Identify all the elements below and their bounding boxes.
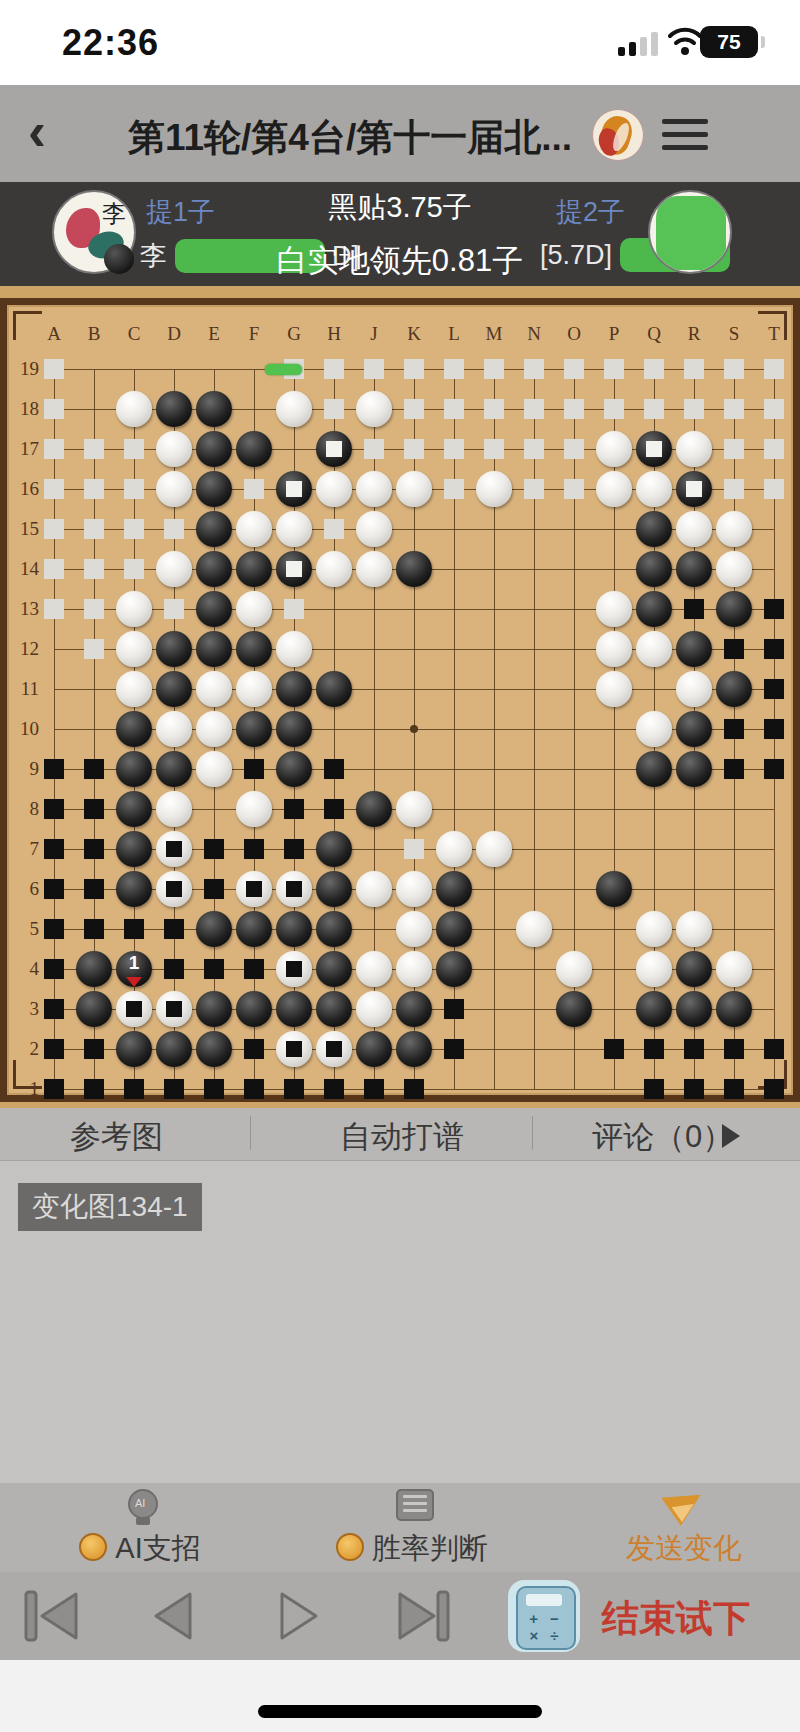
- board-cell-B7[interactable]: [74, 829, 114, 869]
- board-cell-N13[interactable]: [514, 589, 554, 629]
- board-cell-G11[interactable]: [274, 669, 314, 709]
- board-cell-S17[interactable]: [714, 429, 754, 469]
- board-cell-Q7[interactable]: [634, 829, 674, 869]
- board-cell-S8[interactable]: [714, 789, 754, 829]
- board-cell-A15[interactable]: [34, 509, 74, 549]
- board-cell-R17[interactable]: [674, 429, 714, 469]
- board-cell-A12[interactable]: [34, 629, 74, 669]
- board-cell-J9[interactable]: [354, 749, 394, 789]
- board-cell-J14[interactable]: [354, 549, 394, 589]
- board-cell-E8[interactable]: [194, 789, 234, 829]
- board-cell-L13[interactable]: [434, 589, 474, 629]
- board-cell-G9[interactable]: [274, 749, 314, 789]
- board-cell-L12[interactable]: [434, 629, 474, 669]
- board-cell-G6[interactable]: [274, 869, 314, 909]
- board-cell-G1[interactable]: [274, 1069, 314, 1109]
- board-cell-O8[interactable]: [554, 789, 594, 829]
- comments-expand-icon[interactable]: [722, 1124, 740, 1148]
- board-cell-K10[interactable]: [394, 709, 434, 749]
- board-cell-C2[interactable]: [114, 1029, 154, 1069]
- board-cell-N17[interactable]: [514, 429, 554, 469]
- board-cell-B10[interactable]: [74, 709, 114, 749]
- board-cell-Q17[interactable]: [634, 429, 674, 469]
- board-cell-L6[interactable]: [434, 869, 474, 909]
- board-cell-B17[interactable]: [74, 429, 114, 469]
- board-cell-Q6[interactable]: [634, 869, 674, 909]
- board-cell-E11[interactable]: [194, 669, 234, 709]
- board-cell-H14[interactable]: [314, 549, 354, 589]
- board-cell-T14[interactable]: [754, 549, 794, 589]
- board-cell-G12[interactable]: [274, 629, 314, 669]
- board-cell-B9[interactable]: [74, 749, 114, 789]
- board-cell-G13[interactable]: [274, 589, 314, 629]
- board-cell-Q11[interactable]: [634, 669, 674, 709]
- board-cell-S1[interactable]: [714, 1069, 754, 1109]
- board-cell-A8[interactable]: [34, 789, 74, 829]
- board-cell-P5[interactable]: [594, 909, 634, 949]
- board-cell-O5[interactable]: [554, 909, 594, 949]
- board-cell-T16[interactable]: [754, 469, 794, 509]
- board-cell-E15[interactable]: [194, 509, 234, 549]
- board-cell-A4[interactable]: [34, 949, 74, 989]
- board-cell-E16[interactable]: [194, 469, 234, 509]
- last-move-button[interactable]: [388, 1586, 458, 1646]
- board-cell-D19[interactable]: [154, 349, 194, 389]
- board-cell-F12[interactable]: [234, 629, 274, 669]
- board-cell-N12[interactable]: [514, 629, 554, 669]
- board-cell-P10[interactable]: [594, 709, 634, 749]
- board-cell-R10[interactable]: [674, 709, 714, 749]
- board-cell-B2[interactable]: [74, 1029, 114, 1069]
- board-cell-B1[interactable]: [74, 1069, 114, 1109]
- board-cell-F15[interactable]: [234, 509, 274, 549]
- board-cell-P8[interactable]: [594, 789, 634, 829]
- board-cell-G7[interactable]: [274, 829, 314, 869]
- board-cell-R14[interactable]: [674, 549, 714, 589]
- board-cell-B12[interactable]: [74, 629, 114, 669]
- board-cell-M19[interactable]: [474, 349, 514, 389]
- board-cell-R11[interactable]: [674, 669, 714, 709]
- board-cell-T12[interactable]: [754, 629, 794, 669]
- board-cell-K7[interactable]: [394, 829, 434, 869]
- next-move-button[interactable]: [264, 1586, 334, 1646]
- board-cell-G2[interactable]: [274, 1029, 314, 1069]
- board-cell-E10[interactable]: [194, 709, 234, 749]
- board-cell-O12[interactable]: [554, 629, 594, 669]
- board-cell-T15[interactable]: [754, 509, 794, 549]
- board-cell-Q19[interactable]: [634, 349, 674, 389]
- board-cell-N9[interactable]: [514, 749, 554, 789]
- board-cell-F18[interactable]: [234, 389, 274, 429]
- board-cell-A13[interactable]: [34, 589, 74, 629]
- board-cell-T3[interactable]: [754, 989, 794, 1029]
- board-cell-G16[interactable]: [274, 469, 314, 509]
- variation-label-chip[interactable]: 变化图134-1: [18, 1183, 202, 1231]
- board-cell-T2[interactable]: [754, 1029, 794, 1069]
- board-cell-G8[interactable]: [274, 789, 314, 829]
- board-cell-K5[interactable]: [394, 909, 434, 949]
- board-cell-J19[interactable]: [354, 349, 394, 389]
- board-cell-M12[interactable]: [474, 629, 514, 669]
- board-cell-M9[interactable]: [474, 749, 514, 789]
- menu-button[interactable]: [662, 119, 708, 153]
- board-cell-M17[interactable]: [474, 429, 514, 469]
- board-cell-C5[interactable]: [114, 909, 154, 949]
- winrate-button[interactable]: 胜率判断: [292, 1483, 532, 1569]
- board-cell-O6[interactable]: [554, 869, 594, 909]
- board-cell-H18[interactable]: [314, 389, 354, 429]
- board-cell-K12[interactable]: [394, 629, 434, 669]
- board-cell-S16[interactable]: [714, 469, 754, 509]
- board-cell-B19[interactable]: [74, 349, 114, 389]
- board-cell-R15[interactable]: [674, 509, 714, 549]
- board-cell-N15[interactable]: [514, 509, 554, 549]
- board-cell-T10[interactable]: [754, 709, 794, 749]
- ai-hint-button[interactable]: AI支招: [20, 1483, 260, 1569]
- board-cell-K11[interactable]: [394, 669, 434, 709]
- end-trial-button[interactable]: 结束试下: [602, 1594, 750, 1644]
- board-cell-D14[interactable]: [154, 549, 194, 589]
- board-cell-R1[interactable]: [674, 1069, 714, 1109]
- board-cell-S10[interactable]: [714, 709, 754, 749]
- board-cell-C7[interactable]: [114, 829, 154, 869]
- board-cell-K19[interactable]: [394, 349, 434, 389]
- board-cell-S7[interactable]: [714, 829, 754, 869]
- board-cell-N4[interactable]: [514, 949, 554, 989]
- board-cell-H8[interactable]: [314, 789, 354, 829]
- board-cell-F2[interactable]: [234, 1029, 274, 1069]
- board-cell-R13[interactable]: [674, 589, 714, 629]
- board-cell-G15[interactable]: [274, 509, 314, 549]
- board-cell-B18[interactable]: [74, 389, 114, 429]
- board-cell-N19[interactable]: [514, 349, 554, 389]
- board-cell-R2[interactable]: [674, 1029, 714, 1069]
- board-cell-S18[interactable]: [714, 389, 754, 429]
- board-cell-K2[interactable]: [394, 1029, 434, 1069]
- board-cell-Q1[interactable]: [634, 1069, 674, 1109]
- board-cell-G3[interactable]: [274, 989, 314, 1029]
- board-cell-N18[interactable]: [514, 389, 554, 429]
- board-cell-J4[interactable]: [354, 949, 394, 989]
- board-cell-J1[interactable]: [354, 1069, 394, 1109]
- board-cell-M14[interactable]: [474, 549, 514, 589]
- board-cell-D13[interactable]: [154, 589, 194, 629]
- board-cell-P7[interactable]: [594, 829, 634, 869]
- board-cell-A16[interactable]: [34, 469, 74, 509]
- board-cell-L10[interactable]: [434, 709, 474, 749]
- board-cell-H12[interactable]: [314, 629, 354, 669]
- board-cell-J13[interactable]: [354, 589, 394, 629]
- board-cell-J18[interactable]: [354, 389, 394, 429]
- board-cell-E2[interactable]: [194, 1029, 234, 1069]
- board-cell-K8[interactable]: [394, 789, 434, 829]
- board-cell-R4[interactable]: [674, 949, 714, 989]
- board-cell-D16[interactable]: [154, 469, 194, 509]
- board-cell-G10[interactable]: [274, 709, 314, 749]
- board-cell-J3[interactable]: [354, 989, 394, 1029]
- board-cell-M15[interactable]: [474, 509, 514, 549]
- board-cell-H16[interactable]: [314, 469, 354, 509]
- board-cell-J10[interactable]: [354, 709, 394, 749]
- board-cell-S13[interactable]: [714, 589, 754, 629]
- board-cell-F11[interactable]: [234, 669, 274, 709]
- board-cell-D18[interactable]: [154, 389, 194, 429]
- board-cell-M11[interactable]: [474, 669, 514, 709]
- tab-reference-diagram[interactable]: 参考图: [70, 1116, 163, 1158]
- board-cell-L5[interactable]: [434, 909, 474, 949]
- board-cell-J12[interactable]: [354, 629, 394, 669]
- board-cell-R19[interactable]: [674, 349, 714, 389]
- board-cell-K6[interactable]: [394, 869, 434, 909]
- board-cell-L4[interactable]: [434, 949, 474, 989]
- board-cell-D6[interactable]: [154, 869, 194, 909]
- board-cell-T8[interactable]: [754, 789, 794, 829]
- board-cell-K13[interactable]: [394, 589, 434, 629]
- board-cell-M6[interactable]: [474, 869, 514, 909]
- board-cell-N11[interactable]: [514, 669, 554, 709]
- board-cell-R7[interactable]: [674, 829, 714, 869]
- board-cell-A19[interactable]: [34, 349, 74, 389]
- board-cell-N10[interactable]: [514, 709, 554, 749]
- back-button[interactable]: ‹: [28, 107, 68, 159]
- board-cell-L14[interactable]: [434, 549, 474, 589]
- board-cell-H11[interactable]: [314, 669, 354, 709]
- board-cell-G14[interactable]: [274, 549, 314, 589]
- board-cell-H2[interactable]: [314, 1029, 354, 1069]
- board-cell-S6[interactable]: [714, 869, 754, 909]
- board-cell-E9[interactable]: [194, 749, 234, 789]
- board-cell-C8[interactable]: [114, 789, 154, 829]
- board-cell-P11[interactable]: [594, 669, 634, 709]
- board-cell-M8[interactable]: [474, 789, 514, 829]
- board-cell-F9[interactable]: [234, 749, 274, 789]
- board-cell-O14[interactable]: [554, 549, 594, 589]
- board-cell-D7[interactable]: [154, 829, 194, 869]
- board-cell-D15[interactable]: [154, 509, 194, 549]
- board-cell-B11[interactable]: [74, 669, 114, 709]
- board-cell-G5[interactable]: [274, 909, 314, 949]
- board-cell-Q12[interactable]: [634, 629, 674, 669]
- board-cell-K17[interactable]: [394, 429, 434, 469]
- board-cell-F13[interactable]: [234, 589, 274, 629]
- board-cell-M13[interactable]: [474, 589, 514, 629]
- board-cell-R3[interactable]: [674, 989, 714, 1029]
- board-cell-L15[interactable]: [434, 509, 474, 549]
- board-cell-A11[interactable]: [34, 669, 74, 709]
- board-cell-L19[interactable]: [434, 349, 474, 389]
- board-cell-K18[interactable]: [394, 389, 434, 429]
- board-cell-J2[interactable]: [354, 1029, 394, 1069]
- board-cell-L9[interactable]: [434, 749, 474, 789]
- board-cell-L7[interactable]: [434, 829, 474, 869]
- board-cell-M4[interactable]: [474, 949, 514, 989]
- board-cell-J17[interactable]: [354, 429, 394, 469]
- board-cell-C9[interactable]: [114, 749, 154, 789]
- board-cell-S9[interactable]: [714, 749, 754, 789]
- board-cell-D17[interactable]: [154, 429, 194, 469]
- board-cell-Q13[interactable]: [634, 589, 674, 629]
- board-cell-O17[interactable]: [554, 429, 594, 469]
- board-cell-K3[interactable]: [394, 989, 434, 1029]
- board-cell-B5[interactable]: [74, 909, 114, 949]
- board-cell-N14[interactable]: [514, 549, 554, 589]
- board-cell-H17[interactable]: [314, 429, 354, 469]
- board-cell-C16[interactable]: [114, 469, 154, 509]
- board-cell-H15[interactable]: [314, 509, 354, 549]
- white-player-avatar[interactable]: [648, 190, 732, 274]
- board-cell-D12[interactable]: [154, 629, 194, 669]
- board-cell-R5[interactable]: [674, 909, 714, 949]
- board-cell-G18[interactable]: [274, 389, 314, 429]
- board-cell-N2[interactable]: [514, 1029, 554, 1069]
- board-cell-E18[interactable]: [194, 389, 234, 429]
- board-cell-C19[interactable]: [114, 349, 154, 389]
- board-cell-C13[interactable]: [114, 589, 154, 629]
- board-cell-B16[interactable]: [74, 469, 114, 509]
- board-cell-D4[interactable]: [154, 949, 194, 989]
- board-cell-F16[interactable]: [234, 469, 274, 509]
- board-cell-O3[interactable]: [554, 989, 594, 1029]
- board-cell-L18[interactable]: [434, 389, 474, 429]
- board-cell-K16[interactable]: [394, 469, 434, 509]
- board-cell-N5[interactable]: [514, 909, 554, 949]
- board-cell-H4[interactable]: [314, 949, 354, 989]
- board-cell-T9[interactable]: [754, 749, 794, 789]
- board-cell-D5[interactable]: [154, 909, 194, 949]
- board-cell-J5[interactable]: [354, 909, 394, 949]
- board-cell-C12[interactable]: [114, 629, 154, 669]
- board-cell-E4[interactable]: [194, 949, 234, 989]
- board-cell-B14[interactable]: [74, 549, 114, 589]
- board-cell-A6[interactable]: [34, 869, 74, 909]
- board-cell-O7[interactable]: [554, 829, 594, 869]
- board-cell-L3[interactable]: [434, 989, 474, 1029]
- board-cell-E5[interactable]: [194, 909, 234, 949]
- board-cell-Q9[interactable]: [634, 749, 674, 789]
- board-cell-H6[interactable]: [314, 869, 354, 909]
- board-cell-F7[interactable]: [234, 829, 274, 869]
- board-cell-P18[interactable]: [594, 389, 634, 429]
- board-cell-B3[interactable]: [74, 989, 114, 1029]
- board-cell-K14[interactable]: [394, 549, 434, 589]
- board-cell-Q16[interactable]: [634, 469, 674, 509]
- board-cell-A18[interactable]: [34, 389, 74, 429]
- board-cell-F10[interactable]: [234, 709, 274, 749]
- board-cell-T17[interactable]: [754, 429, 794, 469]
- board-cell-T1[interactable]: [754, 1069, 794, 1109]
- board-cell-E12[interactable]: [194, 629, 234, 669]
- board-cell-G17[interactable]: [274, 429, 314, 469]
- board-cell-T18[interactable]: [754, 389, 794, 429]
- board-cell-Q15[interactable]: [634, 509, 674, 549]
- board-cell-S5[interactable]: [714, 909, 754, 949]
- board-cell-P6[interactable]: [594, 869, 634, 909]
- board-cell-H19[interactable]: [314, 349, 354, 389]
- board-cell-M18[interactable]: [474, 389, 514, 429]
- board-cell-Q14[interactable]: [634, 549, 674, 589]
- board-cell-M7[interactable]: [474, 829, 514, 869]
- board-cell-M16[interactable]: [474, 469, 514, 509]
- board-cell-R12[interactable]: [674, 629, 714, 669]
- board-cell-R8[interactable]: [674, 789, 714, 829]
- board-cell-J11[interactable]: [354, 669, 394, 709]
- board-cell-F3[interactable]: [234, 989, 274, 1029]
- board-cell-A3[interactable]: [34, 989, 74, 1029]
- board-cell-P12[interactable]: [594, 629, 634, 669]
- board-cell-Q8[interactable]: [634, 789, 674, 829]
- board-cell-T11[interactable]: [754, 669, 794, 709]
- board-cell-R6[interactable]: [674, 869, 714, 909]
- board-cell-F6[interactable]: [234, 869, 274, 909]
- board-cell-O16[interactable]: [554, 469, 594, 509]
- board-cell-C3[interactable]: [114, 989, 154, 1029]
- tab-auto-replay[interactable]: 自动打谱: [340, 1116, 464, 1158]
- board-cell-K4[interactable]: [394, 949, 434, 989]
- board-cell-O15[interactable]: [554, 509, 594, 549]
- board-cell-H1[interactable]: [314, 1069, 354, 1109]
- board-cell-Q2[interactable]: [634, 1029, 674, 1069]
- board-cell-E13[interactable]: [194, 589, 234, 629]
- board-cell-D8[interactable]: [154, 789, 194, 829]
- board-cell-D9[interactable]: [154, 749, 194, 789]
- board-cell-L16[interactable]: [434, 469, 474, 509]
- board-cell-H13[interactable]: [314, 589, 354, 629]
- board-cell-J16[interactable]: [354, 469, 394, 509]
- board-cell-Q3[interactable]: [634, 989, 674, 1029]
- board-cell-R9[interactable]: [674, 749, 714, 789]
- board-cell-C17[interactable]: [114, 429, 154, 469]
- board-cell-J15[interactable]: [354, 509, 394, 549]
- board-cell-F8[interactable]: [234, 789, 274, 829]
- board-cell-L17[interactable]: [434, 429, 474, 469]
- board-cell-R16[interactable]: [674, 469, 714, 509]
- board-cell-E14[interactable]: [194, 549, 234, 589]
- board-cell-K9[interactable]: [394, 749, 434, 789]
- tab-comments[interactable]: 评论（0）: [592, 1116, 733, 1158]
- board-cell-S19[interactable]: [714, 349, 754, 389]
- board-cell-E19[interactable]: [194, 349, 234, 389]
- board-cell-N8[interactable]: [514, 789, 554, 829]
- board-cell-N3[interactable]: [514, 989, 554, 1029]
- board-cell-H7[interactable]: [314, 829, 354, 869]
- board-cell-M2[interactable]: [474, 1029, 514, 1069]
- board-cell-P2[interactable]: [594, 1029, 634, 1069]
- board-cell-E6[interactable]: [194, 869, 234, 909]
- board-cell-H3[interactable]: [314, 989, 354, 1029]
- board-cell-E3[interactable]: [194, 989, 234, 1029]
- count-calculator-button[interactable]: + −× ÷: [508, 1580, 580, 1652]
- board-cell-H10[interactable]: [314, 709, 354, 749]
- board-cell-C10[interactable]: [114, 709, 154, 749]
- board-cell-S12[interactable]: [714, 629, 754, 669]
- board-cell-G4[interactable]: [274, 949, 314, 989]
- board-cell-P9[interactable]: [594, 749, 634, 789]
- board-cell-C1[interactable]: [114, 1069, 154, 1109]
- board-cell-J8[interactable]: [354, 789, 394, 829]
- board-cell-A10[interactable]: [34, 709, 74, 749]
- board-cell-P4[interactable]: [594, 949, 634, 989]
- board-cell-A14[interactable]: [34, 549, 74, 589]
- board-cell-R18[interactable]: [674, 389, 714, 429]
- board-cell-N7[interactable]: [514, 829, 554, 869]
- board-cell-A1[interactable]: [34, 1069, 74, 1109]
- board-cell-C18[interactable]: [114, 389, 154, 429]
- board-cell-E7[interactable]: [194, 829, 234, 869]
- board-cell-P1[interactable]: [594, 1069, 634, 1109]
- board-cell-F17[interactable]: [234, 429, 274, 469]
- board-cell-S2[interactable]: [714, 1029, 754, 1069]
- board-cell-L8[interactable]: [434, 789, 474, 829]
